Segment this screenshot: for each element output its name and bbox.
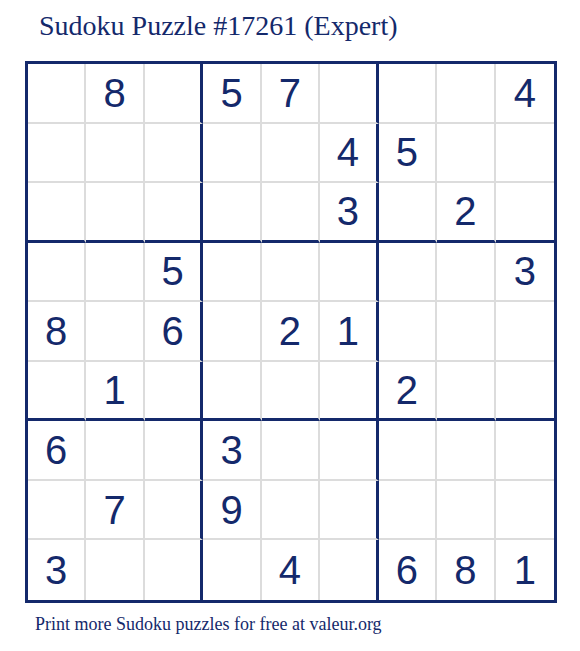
sudoku-cell-r2c2	[86, 124, 144, 184]
sudoku-cell-r3c7	[379, 183, 437, 243]
sudoku-cell-r6c3	[145, 362, 203, 422]
sudoku-cell-r3c6: 3	[320, 183, 378, 243]
sudoku-cell-r8c5	[262, 481, 320, 541]
sudoku-cell-r4c2	[86, 243, 144, 303]
sudoku-cell-r6c1	[28, 362, 86, 422]
sudoku-cell-r7c1: 6	[28, 421, 86, 481]
sudoku-cell-r9c1: 3	[28, 540, 86, 600]
sudoku-cell-r9c8: 8	[437, 540, 495, 600]
sudoku-cell-r1c1	[28, 64, 86, 124]
sudoku-cell-r9c6	[320, 540, 378, 600]
sudoku-cell-r5c2	[86, 302, 144, 362]
sudoku-cell-r5c8	[437, 302, 495, 362]
sudoku-cell-r2c8	[437, 124, 495, 184]
sudoku-cell-r8c4: 9	[203, 481, 261, 541]
sudoku-cell-r7c7	[379, 421, 437, 481]
sudoku-cell-r3c8: 2	[437, 183, 495, 243]
sudoku-cell-r4c3: 5	[145, 243, 203, 303]
sudoku-cell-r2c4	[203, 124, 261, 184]
sudoku-cell-r9c5: 4	[262, 540, 320, 600]
sudoku-cell-r8c9	[496, 481, 554, 541]
sudoku-cell-r9c2	[86, 540, 144, 600]
sudoku-cell-r1c9: 4	[496, 64, 554, 124]
sudoku-grid: 8574453253862112637934681	[25, 61, 557, 603]
sudoku-cell-r4c7	[379, 243, 437, 303]
sudoku-cell-r8c2: 7	[86, 481, 144, 541]
sudoku-cell-r5c1: 8	[28, 302, 86, 362]
sudoku-cell-r3c3	[145, 183, 203, 243]
sudoku-cell-r6c8	[437, 362, 495, 422]
sudoku-cell-r4c1	[28, 243, 86, 303]
sudoku-cell-r9c7: 6	[379, 540, 437, 600]
sudoku-cell-r8c7	[379, 481, 437, 541]
sudoku-cell-r1c7	[379, 64, 437, 124]
sudoku-cell-r4c9: 3	[496, 243, 554, 303]
sudoku-cell-r7c9	[496, 421, 554, 481]
sudoku-cell-r5c9	[496, 302, 554, 362]
sudoku-cell-r5c3: 6	[145, 302, 203, 362]
sudoku-cell-r2c1	[28, 124, 86, 184]
sudoku-cell-r1c8	[437, 64, 495, 124]
sudoku-cell-r1c6	[320, 64, 378, 124]
sudoku-cell-r8c8	[437, 481, 495, 541]
sudoku-cell-r5c5: 2	[262, 302, 320, 362]
sudoku-cell-r3c5	[262, 183, 320, 243]
sudoku-cell-r2c5	[262, 124, 320, 184]
sudoku-cell-r3c2	[86, 183, 144, 243]
sudoku-cell-r8c1	[28, 481, 86, 541]
sudoku-cell-r6c5	[262, 362, 320, 422]
sudoku-cell-r3c4	[203, 183, 261, 243]
sudoku-cell-r5c6: 1	[320, 302, 378, 362]
sudoku-cell-r3c9	[496, 183, 554, 243]
sudoku-cell-r2c3	[145, 124, 203, 184]
sudoku-cell-r1c3	[145, 64, 203, 124]
sudoku-cell-r1c4: 5	[203, 64, 261, 124]
sudoku-cell-r9c9: 1	[496, 540, 554, 600]
sudoku-cell-r1c5: 7	[262, 64, 320, 124]
footer-text: Print more Sudoku puzzles for free at va…	[35, 614, 382, 635]
sudoku-cell-r7c5	[262, 421, 320, 481]
sudoku-cell-r3c1	[28, 183, 86, 243]
sudoku-cell-r9c3	[145, 540, 203, 600]
sudoku-cell-r4c6	[320, 243, 378, 303]
sudoku-cell-r7c6	[320, 421, 378, 481]
sudoku-cell-r4c4	[203, 243, 261, 303]
sudoku-cell-r7c8	[437, 421, 495, 481]
page-title: Sudoku Puzzle #17261 (Expert)	[39, 10, 398, 42]
sudoku-cell-r4c5	[262, 243, 320, 303]
sudoku-cell-r5c7	[379, 302, 437, 362]
sudoku-cell-r8c3	[145, 481, 203, 541]
sudoku-cell-r6c6	[320, 362, 378, 422]
sudoku-cell-r9c4	[203, 540, 261, 600]
sudoku-cell-r2c6: 4	[320, 124, 378, 184]
sudoku-cell-r8c6	[320, 481, 378, 541]
sudoku-cell-r6c2: 1	[86, 362, 144, 422]
sudoku-cell-r7c2	[86, 421, 144, 481]
sudoku-cell-r2c9	[496, 124, 554, 184]
sudoku-cell-r7c3	[145, 421, 203, 481]
sudoku-cell-r6c9	[496, 362, 554, 422]
sudoku-cell-r5c4	[203, 302, 261, 362]
sudoku-cell-r6c7: 2	[379, 362, 437, 422]
sudoku-cell-r4c8	[437, 243, 495, 303]
sudoku-cell-r6c4	[203, 362, 261, 422]
sudoku-cell-r2c7: 5	[379, 124, 437, 184]
sudoku-cell-r1c2: 8	[86, 64, 144, 124]
sudoku-cell-r7c4: 3	[203, 421, 261, 481]
